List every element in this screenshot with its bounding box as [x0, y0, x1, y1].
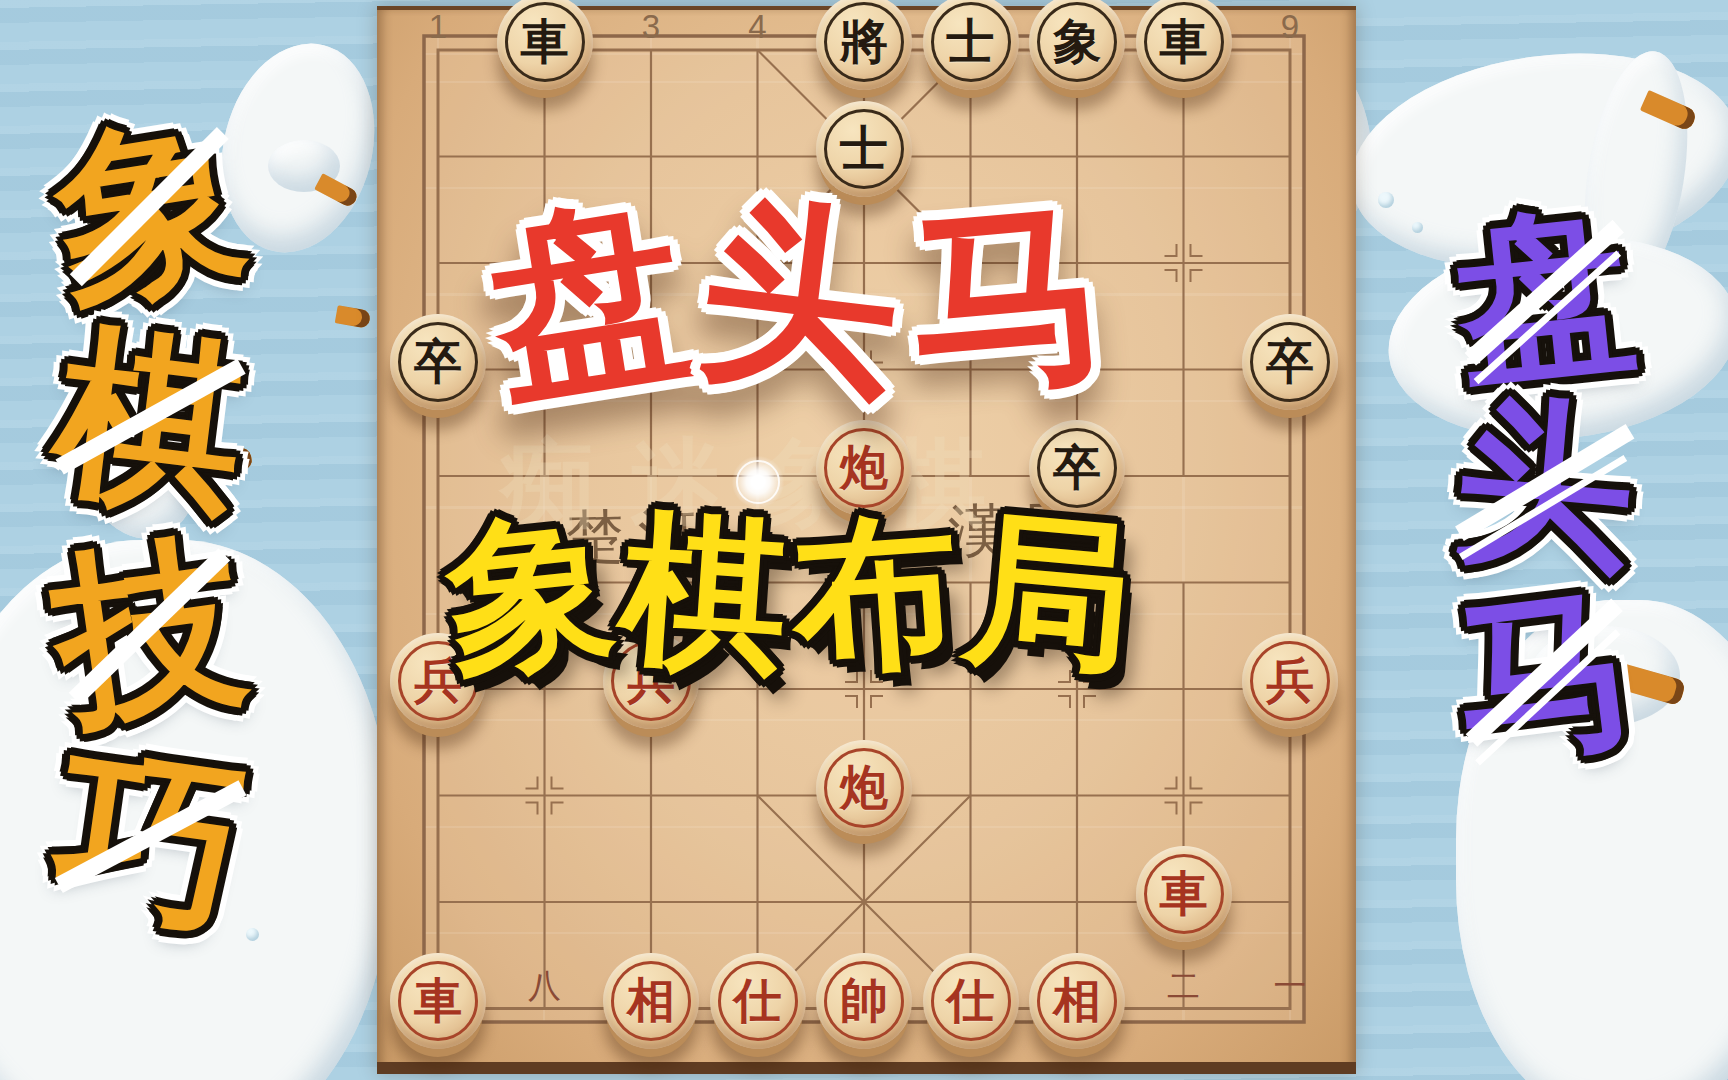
- display-char-局: 局: [958, 495, 1140, 701]
- display-char-棋: 棋: [614, 496, 793, 699]
- file-label-top-4: 4: [738, 8, 778, 46]
- file-label-bottom-一: 一: [1270, 964, 1310, 1009]
- piece-glyph: 仕: [923, 953, 1019, 1049]
- piece-black-chariot[interactable]: 車: [1136, 0, 1232, 90]
- display-char-技: 技: [43, 514, 256, 748]
- slash-stripe: [69, 548, 231, 705]
- slash-stripe: [1459, 455, 1627, 560]
- display-char-盘: 盘: [1447, 191, 1644, 399]
- piece-glyph: 相: [603, 953, 699, 1049]
- display-char-头: 头: [1448, 383, 1642, 588]
- piece-red-elephant[interactable]: 相: [1029, 953, 1125, 1049]
- slash-stripe: [1475, 629, 1620, 765]
- display-char-象: 象: [438, 494, 623, 702]
- piece-glyph: 士: [816, 101, 912, 197]
- display-char-马: 马: [900, 182, 1117, 426]
- piece-black-chariot[interactable]: 車: [497, 0, 593, 90]
- display-char-头: 头: [688, 179, 912, 429]
- piece-glyph: 車: [1136, 846, 1232, 942]
- piece-glyph: 車: [390, 953, 486, 1049]
- piece-glyph: 車: [1136, 0, 1232, 90]
- piece-black-soldier[interactable]: 卒: [1242, 314, 1338, 410]
- piece-glyph: 帥: [816, 953, 912, 1049]
- display-char-马: 马: [1445, 570, 1645, 780]
- piece-red-cannon[interactable]: 炮: [816, 740, 912, 836]
- piece-glyph: 將: [816, 0, 912, 90]
- display-char-巧: 巧: [43, 724, 256, 958]
- piece-red-general[interactable]: 帥: [816, 953, 912, 1049]
- left-banner-xiangqi-tips: 象棋技巧: [42, 106, 258, 946]
- piece-glyph: 卒: [390, 314, 486, 410]
- subtitle-overlay-opening: 象棋布局: [448, 502, 1132, 694]
- piece-red-soldier[interactable]: 兵: [1242, 633, 1338, 729]
- piece-red-advisor[interactable]: 仕: [710, 953, 806, 1049]
- piece-black-elephant[interactable]: 象: [1029, 0, 1125, 90]
- piece-glyph: 士: [923, 0, 1019, 90]
- file-label-bottom-八: 八: [525, 964, 565, 1009]
- piece-black-advisor[interactable]: 士: [923, 0, 1019, 90]
- right-banner-pantouma: 盘头马: [1438, 200, 1652, 770]
- piece-black-soldier[interactable]: 卒: [390, 314, 486, 410]
- piece-red-advisor[interactable]: 仕: [923, 953, 1019, 1049]
- piece-glyph: 炮: [816, 740, 912, 836]
- slash-stripe: [1466, 598, 1623, 746]
- piece-glyph: 仕: [710, 953, 806, 1049]
- piece-red-chariot[interactable]: 車: [390, 953, 486, 1049]
- piece-glyph: 卒: [1242, 314, 1338, 410]
- display-char-象: 象: [42, 93, 259, 330]
- piece-red-chariot[interactable]: 車: [1136, 846, 1232, 942]
- slash-stripe: [1455, 423, 1635, 540]
- piece-glyph: 兵: [1242, 633, 1338, 729]
- slash-stripe: [1474, 250, 1622, 384]
- display-char-布: 布: [787, 496, 966, 699]
- slash-stripe: [55, 359, 245, 475]
- title-overlay-pantouma: 盘头马: [492, 190, 1108, 418]
- piece-black-advisor[interactable]: 士: [816, 101, 912, 197]
- slash-stripe: [70, 127, 229, 286]
- piece-glyph: 相: [1029, 953, 1125, 1049]
- piece-black-general[interactable]: 將: [816, 0, 912, 90]
- display-char-盘: 盘: [475, 176, 706, 432]
- display-char-棋: 棋: [45, 305, 255, 536]
- file-label-top-9: 9: [1270, 8, 1310, 46]
- piece-glyph: 車: [497, 0, 593, 90]
- slash-stripe: [1465, 219, 1625, 365]
- piece-red-elephant[interactable]: 相: [603, 953, 699, 1049]
- piece-glyph: 象: [1029, 0, 1125, 90]
- file-label-top-3: 3: [631, 8, 671, 46]
- slash-stripe: [55, 781, 247, 894]
- file-label-bottom-二: 二: [1164, 964, 1204, 1009]
- file-label-top-1: 1: [418, 8, 458, 46]
